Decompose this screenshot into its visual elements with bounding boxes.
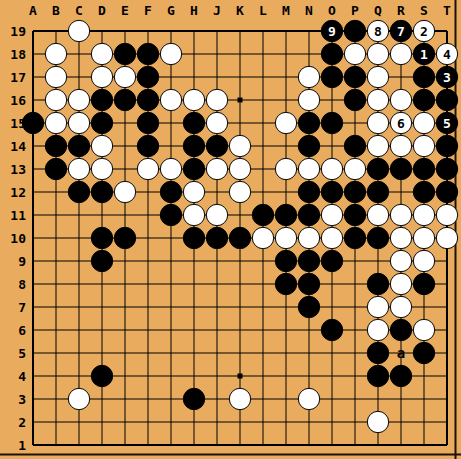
white-stone-M13[interactable] [275,158,296,179]
white-stone-J11[interactable] [206,204,227,225]
white-stone-C19[interactable] [68,20,89,41]
white-stone-B17[interactable] [45,66,66,87]
black-stone-Q4[interactable] [367,365,388,386]
black-stone-P19[interactable] [344,20,365,41]
column-label-R: R [397,3,405,18]
black-stone-S5[interactable] [413,342,434,363]
black-stone-P10[interactable] [344,227,365,248]
black-stone-L11[interactable] [252,204,273,225]
black-stone-M9[interactable] [275,250,296,271]
star-point-K16 [238,98,243,103]
black-stone-C12[interactable] [68,181,89,202]
white-stone-R7[interactable] [390,296,411,317]
white-stone-K3[interactable] [229,388,250,409]
column-label-E: E [121,3,129,18]
white-stone-Q7[interactable] [367,296,388,317]
black-stone-K10[interactable] [229,227,250,248]
white-stone-M10[interactable] [275,227,296,248]
white-stone-B18[interactable] [45,43,66,64]
black-stone-D4[interactable] [91,365,112,386]
column-label-Q: Q [374,3,382,18]
black-stone-P12[interactable] [344,181,365,202]
black-stone-E16[interactable] [114,89,135,110]
white-stone-S11[interactable] [413,204,434,225]
row-label-6: 6 [18,323,26,338]
black-stone-T14[interactable] [436,135,457,156]
column-label-D: D [98,3,106,18]
black-stone-O12[interactable] [321,181,342,202]
black-stone-J10[interactable] [206,227,227,248]
black-stone-F17[interactable] [137,66,158,87]
black-stone-G12[interactable] [160,181,181,202]
black-stone-O17[interactable] [321,66,342,87]
white-stone-R16[interactable] [390,89,411,110]
black-stone-R6[interactable] [390,319,411,340]
white-stone-H12[interactable] [183,181,204,202]
black-stone-M11[interactable] [275,204,296,225]
row-label-2: 2 [18,415,26,430]
white-stone-G13[interactable] [160,158,181,179]
white-stone-D14[interactable] [91,135,112,156]
black-stone-Q8[interactable] [367,273,388,294]
black-stone-Q10[interactable] [367,227,388,248]
row-label-10: 10 [10,231,26,246]
white-stone-N10[interactable] [298,227,319,248]
white-stone-T11[interactable] [436,204,457,225]
white-stone-P18[interactable] [344,43,365,64]
white-stone-R8[interactable] [390,273,411,294]
white-stone-N17[interactable] [298,66,319,87]
white-stone-B15[interactable] [45,112,66,133]
column-label-A: A [29,3,37,18]
go-diagram: ABCDEFGHJKLMNOPQRST191817161514131211109… [0,0,461,459]
move-number-8-Q19: 8 [374,24,382,39]
white-stone-C13[interactable] [68,158,89,179]
white-stone-S6[interactable] [413,319,434,340]
white-stone-M15[interactable] [275,112,296,133]
black-stone-Q5[interactable] [367,342,388,363]
white-stone-T10[interactable] [436,227,457,248]
white-stone-J15[interactable] [206,112,227,133]
white-stone-R11[interactable] [390,204,411,225]
black-stone-C14[interactable] [68,135,89,156]
black-stone-J14[interactable] [206,135,227,156]
black-stone-H10[interactable] [183,227,204,248]
black-stone-O6[interactable] [321,319,342,340]
white-stone-O13[interactable] [321,158,342,179]
white-stone-R14[interactable] [390,135,411,156]
row-label-4: 4 [18,369,26,384]
black-stone-H13[interactable] [183,158,204,179]
black-stone-N12[interactable] [298,181,319,202]
white-stone-Q6[interactable] [367,319,388,340]
black-stone-E18[interactable] [114,43,135,64]
white-stone-S14[interactable] [413,135,434,156]
black-stone-T12[interactable] [436,181,457,202]
row-label-3: 3 [18,392,26,407]
white-stone-R18[interactable] [390,43,411,64]
white-stone-J13[interactable] [206,158,227,179]
white-stone-D13[interactable] [91,158,112,179]
black-stone-P17[interactable] [344,66,365,87]
row-label-18: 18 [10,47,26,62]
star-point-K4 [238,374,243,379]
black-stone-F14[interactable] [137,135,158,156]
white-stone-Q18[interactable] [367,43,388,64]
column-label-L: L [259,3,267,18]
column-label-J: J [213,3,221,18]
black-stone-N8[interactable] [298,273,319,294]
black-stone-P11[interactable] [344,204,365,225]
black-stone-Q13[interactable] [367,158,388,179]
white-stone-K12[interactable] [229,181,250,202]
white-stone-B16[interactable] [45,89,66,110]
black-stone-D9[interactable] [91,250,112,271]
row-label-9: 9 [18,254,26,269]
row-label-8: 8 [18,277,26,292]
white-stone-G18[interactable] [160,43,181,64]
move-number-5-T15: 5 [443,116,451,131]
black-stone-D10[interactable] [91,227,112,248]
white-stone-N16[interactable] [298,89,319,110]
black-stone-S12[interactable] [413,181,434,202]
black-stone-S17[interactable] [413,66,434,87]
black-stone-O9[interactable] [321,250,342,271]
white-stone-S10[interactable] [413,227,434,248]
column-label-M: M [282,3,290,18]
column-label-B: B [52,3,60,18]
row-label-16: 16 [10,93,26,108]
black-stone-F15[interactable] [137,112,158,133]
white-stone-C3[interactable] [68,388,89,409]
row-label-12: 12 [10,185,26,200]
black-stone-H15[interactable] [183,112,204,133]
black-stone-R13[interactable] [390,158,411,179]
white-stone-E12[interactable] [114,181,135,202]
point-label-a-R5: a [397,345,405,361]
black-stone-H14[interactable] [183,135,204,156]
column-label-H: H [190,3,198,18]
column-label-F: F [144,3,152,18]
row-label-11: 11 [10,208,26,223]
column-label-K: K [236,3,244,18]
black-stone-T16[interactable] [436,89,457,110]
black-stone-D16[interactable] [91,89,112,110]
white-stone-J16[interactable] [206,89,227,110]
row-label-14: 14 [10,139,26,154]
white-stone-H16[interactable] [183,89,204,110]
black-stone-P14[interactable] [344,135,365,156]
row-label-19: 19 [10,24,26,39]
black-stone-E10[interactable] [114,227,135,248]
white-stone-G16[interactable] [160,89,181,110]
white-stone-O11[interactable] [321,204,342,225]
black-stone-D15[interactable] [91,112,112,133]
column-label-O: O [328,3,336,18]
move-number-9-O19: 9 [328,24,336,39]
black-stone-R4[interactable] [390,365,411,386]
black-stone-N9[interactable] [298,250,319,271]
white-stone-C16[interactable] [68,89,89,110]
white-stone-D18[interactable] [91,43,112,64]
white-stone-Q14[interactable] [367,135,388,156]
white-stone-N13[interactable] [298,158,319,179]
black-stone-N15[interactable] [298,112,319,133]
white-stone-O10[interactable] [321,227,342,248]
black-stone-N14[interactable] [298,135,319,156]
white-stone-C15[interactable] [68,112,89,133]
column-label-N: N [305,3,313,18]
black-stone-O18[interactable] [321,43,342,64]
white-stone-N3[interactable] [298,388,319,409]
move-number-6-R15: 6 [397,116,405,131]
move-number-3-T17: 3 [443,70,451,85]
black-stone-S16[interactable] [413,89,434,110]
white-stone-D17[interactable] [91,66,112,87]
black-stone-M8[interactable] [275,273,296,294]
black-stone-N11[interactable] [298,204,319,225]
white-stone-R10[interactable] [390,227,411,248]
black-stone-D12[interactable] [91,181,112,202]
move-number-4-T18: 4 [443,47,451,62]
goban[interactable]: ABCDEFGHJKLMNOPQRST191817161514131211109… [0,0,461,459]
white-stone-E17[interactable] [114,66,135,87]
white-stone-P13[interactable] [344,158,365,179]
white-stone-S9[interactable] [413,250,434,271]
white-stone-K14[interactable] [229,135,250,156]
black-stone-F16[interactable] [137,89,158,110]
move-number-1-S18: 1 [420,47,428,62]
black-stone-F18[interactable] [137,43,158,64]
row-label-1: 1 [18,438,26,453]
white-stone-Q16[interactable] [367,89,388,110]
white-stone-S15[interactable] [413,112,434,133]
black-stone-Q12[interactable] [367,181,388,202]
white-stone-Q11[interactable] [367,204,388,225]
white-stone-H11[interactable] [183,204,204,225]
black-stone-B14[interactable] [45,135,66,156]
white-stone-K13[interactable] [229,158,250,179]
column-label-G: G [167,3,175,18]
black-stone-A15[interactable] [22,112,43,133]
white-stone-R9[interactable] [390,250,411,271]
black-stone-N7[interactable] [298,296,319,317]
black-stone-T13[interactable] [436,158,457,179]
row-label-7: 7 [18,300,26,315]
move-number-2-S19: 2 [420,24,428,39]
black-stone-H3[interactable] [183,388,204,409]
black-stone-S13[interactable] [413,158,434,179]
white-stone-F13[interactable] [137,158,158,179]
row-label-13: 13 [10,162,26,177]
black-stone-P16[interactable] [344,89,365,110]
move-number-7-R19: 7 [397,24,405,39]
white-stone-Q2[interactable] [367,411,388,432]
white-stone-Q15[interactable] [367,112,388,133]
black-stone-S8[interactable] [413,273,434,294]
column-label-C: C [75,3,83,18]
black-stone-B13[interactable] [45,158,66,179]
column-label-S: S [420,3,428,18]
column-label-T: T [443,3,451,18]
white-stone-Q17[interactable] [367,66,388,87]
row-label-5: 5 [18,346,26,361]
black-stone-O15[interactable] [321,112,342,133]
column-label-P: P [351,3,359,18]
black-stone-G11[interactable] [160,204,181,225]
board-background [0,0,461,459]
white-stone-L10[interactable] [252,227,273,248]
row-label-17: 17 [10,70,26,85]
